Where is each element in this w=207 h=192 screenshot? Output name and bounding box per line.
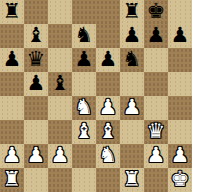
piece-black-king[interactable]: ♚ <box>147 0 166 23</box>
piece-black-pawn[interactable]: ♟ <box>171 24 190 47</box>
piece-black-pawn[interactable]: ♟ <box>123 24 142 47</box>
square-e3[interactable]: ♝ <box>96 120 120 144</box>
square-c4[interactable] <box>48 96 72 120</box>
square-h6[interactable] <box>168 48 192 72</box>
square-d3[interactable]: ♝ <box>72 120 96 144</box>
square-c3[interactable] <box>48 120 72 144</box>
square-e7[interactable] <box>96 24 120 48</box>
square-b4[interactable] <box>24 96 48 120</box>
square-g1[interactable] <box>144 168 168 192</box>
square-g6[interactable] <box>144 48 168 72</box>
piece-white-pawn[interactable]: ♟ <box>99 96 118 119</box>
square-f4[interactable]: ♟ <box>120 96 144 120</box>
square-a1[interactable]: ♜ <box>0 168 24 192</box>
square-c2[interactable]: ♟ <box>48 144 72 168</box>
square-c1[interactable] <box>48 168 72 192</box>
square-h3[interactable] <box>168 120 192 144</box>
square-h4[interactable] <box>168 96 192 120</box>
square-g7[interactable]: ♟ <box>144 24 168 48</box>
square-g5[interactable] <box>144 72 168 96</box>
square-f1[interactable]: ♜ <box>120 168 144 192</box>
square-b1[interactable] <box>24 168 48 192</box>
square-f2[interactable] <box>120 144 144 168</box>
square-a8[interactable]: ♜ <box>0 0 24 24</box>
piece-white-bishop[interactable]: ♝ <box>75 120 94 143</box>
square-b7[interactable]: ♝ <box>24 24 48 48</box>
piece-black-rook[interactable]: ♜ <box>123 0 142 23</box>
piece-black-pawn[interactable]: ♟ <box>27 72 46 95</box>
piece-white-pawn[interactable]: ♟ <box>147 144 166 167</box>
piece-black-bishop[interactable]: ♝ <box>27 24 46 47</box>
square-g2[interactable]: ♟ <box>144 144 168 168</box>
square-c8[interactable] <box>48 0 72 24</box>
square-g8[interactable]: ♚ <box>144 0 168 24</box>
square-a5[interactable] <box>0 72 24 96</box>
square-h2[interactable]: ♟ <box>168 144 192 168</box>
piece-white-pawn[interactable]: ♟ <box>51 144 70 167</box>
square-d6[interactable]: ♟ <box>72 48 96 72</box>
square-f7[interactable]: ♟ <box>120 24 144 48</box>
square-h1[interactable]: ♚ <box>168 168 192 192</box>
square-b6[interactable]: ♛ <box>24 48 48 72</box>
square-d1[interactable] <box>72 168 96 192</box>
piece-black-queen[interactable]: ♛ <box>27 48 46 71</box>
square-d8[interactable] <box>72 0 96 24</box>
square-a3[interactable] <box>0 120 24 144</box>
square-g3[interactable]: ♛ <box>144 120 168 144</box>
chess-app-window: ♜♜♚♝♞♟♟♟♟♛♟♟♞♟♝♞♟♟♝♝♛♟♟♟♞♟♟♜♜♚ <box>0 0 207 192</box>
square-d7[interactable]: ♞ <box>72 24 96 48</box>
piece-white-knight[interactable]: ♞ <box>75 96 94 119</box>
piece-black-pawn[interactable]: ♟ <box>75 48 94 71</box>
piece-black-bishop[interactable]: ♝ <box>51 72 70 95</box>
square-e6[interactable]: ♟ <box>96 48 120 72</box>
square-a2[interactable]: ♟ <box>0 144 24 168</box>
square-b2[interactable]: ♟ <box>24 144 48 168</box>
piece-black-pawn[interactable]: ♟ <box>99 48 118 71</box>
piece-white-rook[interactable]: ♜ <box>123 168 142 191</box>
square-e1[interactable] <box>96 168 120 192</box>
chess-board: ♜♜♚♝♞♟♟♟♟♛♟♟♞♟♝♞♟♟♝♝♛♟♟♟♞♟♟♜♜♚ <box>0 0 192 192</box>
piece-black-rook[interactable]: ♜ <box>3 0 22 23</box>
piece-white-knight[interactable]: ♞ <box>99 144 118 167</box>
square-h7[interactable]: ♟ <box>168 24 192 48</box>
piece-black-knight[interactable]: ♞ <box>123 48 142 71</box>
square-a6[interactable]: ♟ <box>0 48 24 72</box>
square-h8[interactable] <box>168 0 192 24</box>
piece-black-pawn[interactable]: ♟ <box>3 48 22 71</box>
piece-white-pawn[interactable]: ♟ <box>123 96 142 119</box>
piece-white-rook[interactable]: ♜ <box>3 168 22 191</box>
board-right-margin <box>192 0 207 192</box>
square-h5[interactable] <box>168 72 192 96</box>
square-e8[interactable] <box>96 0 120 24</box>
square-d4[interactable]: ♞ <box>72 96 96 120</box>
square-b8[interactable] <box>24 0 48 24</box>
square-e5[interactable] <box>96 72 120 96</box>
square-c5[interactable]: ♝ <box>48 72 72 96</box>
piece-white-pawn[interactable]: ♟ <box>3 144 22 167</box>
piece-white-bishop[interactable]: ♝ <box>99 120 118 143</box>
square-e4[interactable]: ♟ <box>96 96 120 120</box>
piece-white-pawn[interactable]: ♟ <box>171 144 190 167</box>
square-e2[interactable]: ♞ <box>96 144 120 168</box>
square-c6[interactable] <box>48 48 72 72</box>
square-a4[interactable] <box>0 96 24 120</box>
square-f5[interactable] <box>120 72 144 96</box>
square-f6[interactable]: ♞ <box>120 48 144 72</box>
square-f8[interactable]: ♜ <box>120 0 144 24</box>
square-b3[interactable] <box>24 120 48 144</box>
square-a7[interactable] <box>0 24 24 48</box>
piece-white-king[interactable]: ♚ <box>171 168 190 191</box>
piece-white-queen[interactable]: ♛ <box>147 120 166 143</box>
piece-white-pawn[interactable]: ♟ <box>27 144 46 167</box>
square-f3[interactable] <box>120 120 144 144</box>
square-b5[interactable]: ♟ <box>24 72 48 96</box>
square-d5[interactable] <box>72 72 96 96</box>
square-d2[interactable] <box>72 144 96 168</box>
square-g4[interactable] <box>144 96 168 120</box>
square-c7[interactable] <box>48 24 72 48</box>
piece-black-knight[interactable]: ♞ <box>75 24 94 47</box>
piece-black-pawn[interactable]: ♟ <box>147 24 166 47</box>
